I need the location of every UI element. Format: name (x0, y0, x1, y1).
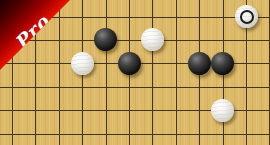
last-move-circle-marker (240, 10, 254, 24)
board-vline (176, 0, 177, 145)
black-stone[interactable] (118, 52, 141, 75)
board-hline (0, 134, 270, 135)
black-stone[interactable] (188, 52, 211, 75)
board-hline (0, 40, 270, 41)
board-vline (152, 0, 153, 145)
white-stone[interactable] (141, 28, 164, 51)
board-vline (59, 0, 60, 145)
white-stone[interactable] (71, 52, 94, 75)
board-hline (0, 87, 270, 88)
white-stone-last-move[interactable] (235, 5, 258, 28)
black-stone[interactable] (94, 28, 117, 51)
board-vline (106, 0, 107, 145)
board-vline (269, 0, 270, 145)
go-app-screen: Pro (0, 0, 270, 145)
black-stone[interactable] (211, 52, 234, 75)
white-stone[interactable] (211, 99, 234, 122)
